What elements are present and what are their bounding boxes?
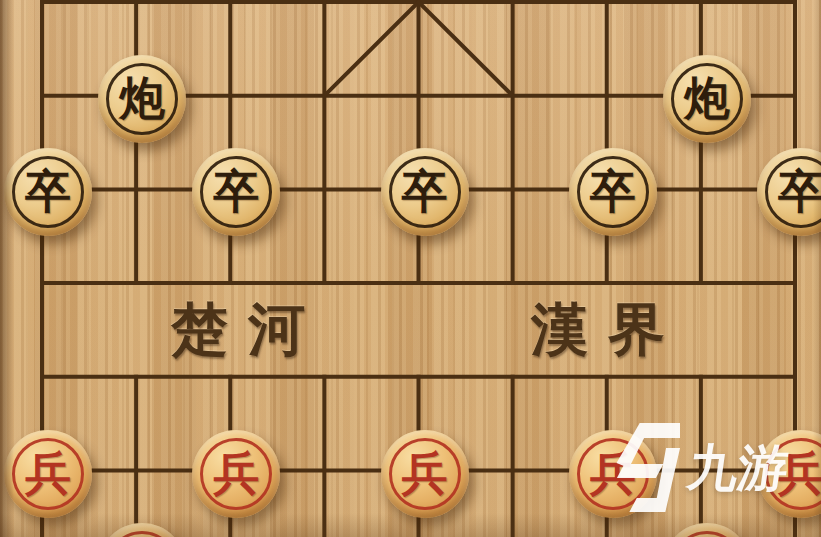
piece-character: 卒	[590, 169, 636, 215]
piece-black-soldier[interactable]: 卒	[381, 148, 469, 236]
piece-red-soldier[interactable]: 兵	[4, 430, 92, 518]
piece-character: 炮	[684, 76, 730, 122]
piece-black-cannon[interactable]: 炮	[98, 55, 186, 143]
piece-character: 卒	[25, 169, 71, 215]
river-label-chu-he: 楚河	[118, 283, 358, 377]
piece-ring	[106, 531, 178, 537]
piece-character: 卒	[402, 169, 448, 215]
piece-character: 炮	[119, 76, 165, 122]
piece-red-soldier[interactable]: 兵	[192, 430, 280, 518]
piece-black-soldier[interactable]: 卒	[569, 148, 657, 236]
piece-black-cannon[interactable]: 炮	[663, 55, 751, 143]
xiangqi-board: 楚河 漢界 炮炮卒卒卒卒卒兵兵兵兵炮炮兵 九游	[0, 0, 821, 537]
piece-character: 兵	[25, 451, 71, 497]
piece-character: 卒	[213, 169, 259, 215]
piece-black-soldier[interactable]: 卒	[4, 148, 92, 236]
piece-ring	[671, 531, 743, 537]
piece-character: 卒	[778, 169, 821, 215]
piece-red-soldier[interactable]: 兵	[381, 430, 469, 518]
piece-red-soldier[interactable]: 兵	[569, 430, 657, 518]
piece-character: 兵	[213, 451, 259, 497]
piece-character: 兵	[402, 451, 448, 497]
river-label-han-jie: 漢界	[478, 283, 718, 377]
piece-character: 兵	[778, 451, 821, 497]
piece-character: 兵	[590, 451, 636, 497]
